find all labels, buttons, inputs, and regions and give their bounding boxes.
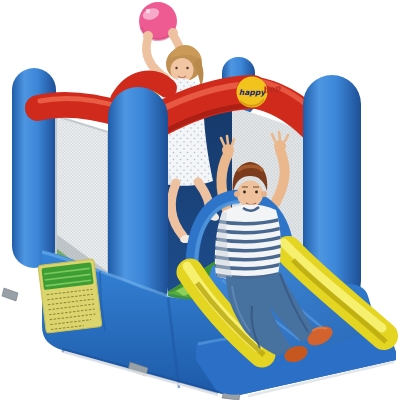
girl-eye (175, 67, 177, 69)
boy-eye (255, 191, 258, 194)
ball-shine (146, 9, 150, 13)
girl-right-hand (168, 28, 178, 38)
boy-ear (234, 191, 240, 197)
boy-face (237, 181, 263, 208)
girl-eye (186, 67, 188, 69)
bouncy-castle-scene: happy hop (0, 0, 400, 400)
boy-ear (261, 191, 267, 197)
warning-label (38, 259, 102, 333)
boy-eye (243, 191, 246, 194)
girl-left-hand (143, 31, 153, 41)
product-photo: happy hop (0, 0, 400, 400)
